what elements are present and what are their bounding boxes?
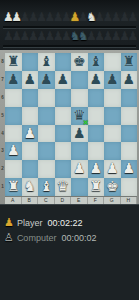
tray-slot: ♟ — [44, 28, 52, 45]
white-bishop-c1: ♝ — [38, 178, 55, 196]
square-e7[interactable] — [71, 71, 88, 89]
square-a4[interactable] — [5, 125, 22, 143]
square-b8[interactable] — [22, 53, 39, 71]
tray-slot: ♟ — [44, 9, 52, 26]
gold-pawn-icon: ♟ — [4, 217, 14, 229]
tray-slot: ♟ — [36, 9, 44, 26]
square-h5[interactable] — [121, 107, 138, 125]
square-f5[interactable] — [88, 107, 105, 125]
square-a3[interactable]: ♟ — [5, 142, 22, 160]
tray-slot: ♟ — [53, 9, 61, 26]
computer-label: Computer — [17, 233, 57, 243]
last-move-marker-icon: ✕ — [83, 119, 89, 127]
square-g7[interactable]: ♟ — [104, 71, 121, 89]
black-pawn-c7: ♟ — [38, 71, 55, 89]
square-e3[interactable] — [71, 142, 88, 160]
square-d1[interactable]: ♛ — [55, 178, 72, 196]
square-g8[interactable] — [104, 53, 121, 71]
square-c6[interactable] — [38, 89, 55, 107]
tray-slot: ♟ — [119, 9, 127, 26]
square-d5[interactable] — [55, 107, 72, 125]
tray-slot: ♟ — [20, 28, 28, 45]
square-h7[interactable]: ♟ — [121, 71, 138, 89]
square-f1[interactable]: ♜ — [88, 178, 105, 196]
square-f3[interactable] — [88, 142, 105, 160]
tray-slot: ♟ — [61, 28, 69, 45]
black-pawn-e4: ♟ — [71, 125, 88, 143]
tray-slot: ♟ — [20, 9, 28, 26]
square-d7[interactable]: ♟ — [55, 71, 72, 89]
black-pawn-d7: ♟ — [55, 71, 72, 89]
black-bishop-f8: ♝ — [88, 53, 105, 71]
square-g3[interactable] — [104, 142, 121, 160]
black-pawn-a7: ♟ — [5, 71, 22, 89]
square-d3[interactable] — [55, 142, 72, 160]
square-h2[interactable]: ♟ — [121, 160, 138, 178]
square-d2[interactable] — [55, 160, 72, 178]
white-queen-d1: ♛ — [55, 178, 72, 196]
tray-slot: ♟ — [94, 9, 102, 26]
computer-clock-row: ♙ Computer 00:00:02 — [4, 231, 96, 245]
square-f2[interactable]: ♟ — [88, 160, 105, 178]
tray-slot: ♟ — [28, 9, 36, 26]
square-a6[interactable] — [5, 89, 22, 107]
square-b4[interactable]: ♟ — [22, 125, 39, 143]
square-c1[interactable]: ♝ — [38, 178, 55, 196]
captured-white-pawn: ♟ — [11, 9, 19, 26]
tray-slot: ♟ — [53, 28, 61, 45]
board: ♜♝♚♝♜♟♟♟♟♟♟♟♛✕♟♟♟♟♟♟♟♜♞♝♛♜♚ — [5, 53, 137, 196]
white-pawn-h2: ♟ — [121, 160, 138, 178]
white-king-g1: ♚ — [104, 178, 121, 196]
square-c3[interactable] — [38, 142, 55, 160]
square-h1[interactable] — [121, 178, 138, 196]
tray-slot: ♟ — [3, 28, 11, 45]
tray-row-top: ♟♟♟♟♟♟♟♟♟♟♞♟♟♟♟♟ — [3, 9, 136, 28]
black-rook-h8: ♜ — [121, 53, 138, 71]
square-e6[interactable] — [71, 89, 88, 107]
black-king-e8: ♚ — [71, 53, 88, 71]
tray-slot: ♟ — [103, 9, 111, 26]
white-pawn-g2: ♟ — [104, 160, 121, 178]
square-a5[interactable] — [5, 107, 22, 125]
white-pawn-b4: ♟ — [22, 125, 39, 143]
square-g6[interactable] — [104, 89, 121, 107]
square-c8[interactable]: ♝ — [38, 53, 55, 71]
square-h3[interactable] — [121, 142, 138, 160]
square-h6[interactable] — [121, 89, 138, 107]
tray-slot: ♟ — [86, 28, 94, 45]
captured-white-knight: ♞ — [86, 9, 94, 26]
square-b3[interactable] — [22, 142, 39, 160]
player-label: Player — [17, 218, 43, 228]
tray-slot: ♟ — [36, 28, 44, 45]
square-h4[interactable] — [121, 125, 138, 143]
tray-slot: ♟ — [127, 28, 135, 45]
player-time: 00:02:22 — [47, 218, 82, 228]
square-h8[interactable]: ♜ — [121, 53, 138, 71]
square-f4[interactable] — [88, 125, 105, 143]
square-b7[interactable]: ♟ — [22, 71, 39, 89]
square-f6[interactable] — [88, 89, 105, 107]
square-e2[interactable]: ♟ — [71, 160, 88, 178]
tray-slot: ♟ — [119, 28, 127, 45]
square-d8[interactable] — [55, 53, 72, 71]
tray-slot: ♟ — [103, 28, 111, 45]
square-g5[interactable] — [104, 107, 121, 125]
square-a7[interactable]: ♟ — [5, 71, 22, 89]
tray-slot: ♟ — [111, 9, 119, 26]
black-bishop-c8: ♝ — [38, 53, 55, 71]
square-b6[interactable] — [22, 89, 39, 107]
square-c5[interactable] — [38, 107, 55, 125]
black-pawn-g7: ♟ — [104, 71, 121, 89]
square-b2[interactable] — [22, 160, 39, 178]
black-pawn-f7: ♟ — [88, 71, 105, 89]
captured-highlighted-pawn: ♟ — [69, 9, 77, 26]
black-pawn-h7: ♟ — [121, 71, 138, 89]
white-knight-b1: ♞ — [22, 178, 39, 196]
square-d6[interactable] — [55, 89, 72, 107]
tray-slot: ♟ — [127, 9, 135, 26]
square-a8[interactable]: ♜ — [5, 53, 22, 71]
board-frame: 87654321 ♜♝♚♝♜♟♟♟♟♟♟♟♛✕♟♟♟♟♟♟♟♜♞♝♛♜♚ ABC… — [0, 50, 139, 204]
black-pawn-b7: ♟ — [22, 71, 39, 89]
square-f7[interactable]: ♟ — [88, 71, 105, 89]
captured-black-knight: ♞ — [78, 28, 86, 45]
white-rook-a1: ♜ — [5, 178, 22, 196]
square-c2[interactable] — [38, 160, 55, 178]
square-e8[interactable]: ♚ — [71, 53, 88, 71]
square-b5[interactable] — [22, 107, 39, 125]
square-e1[interactable] — [71, 178, 88, 196]
tray-slot: ♟ — [111, 28, 119, 45]
square-c4[interactable] — [38, 125, 55, 143]
square-g2[interactable]: ♟ — [104, 160, 121, 178]
square-c7[interactable]: ♟ — [38, 71, 55, 89]
square-e5[interactable]: ♛✕ — [71, 107, 88, 125]
square-g4[interactable] — [104, 125, 121, 143]
tray-slot: ♟ — [28, 28, 36, 45]
info-panel: ♟ Player 00:02:22 ♙ Computer 00:00:02 f3… — [0, 204, 139, 300]
tray-slot: ♟ — [94, 28, 102, 45]
square-f8[interactable]: ♝ — [88, 53, 105, 71]
captured-pieces-tray: ♟♟♟♟♟♟♟♟♟♟♞♟♟♟♟♟ ♟♟♟♟♟♟♟♟♞♞♟♟♟♟♟♟ — [0, 0, 139, 50]
tray-slot: ♟ — [78, 9, 86, 26]
square-g1[interactable]: ♚ — [104, 178, 121, 196]
tray-slot: ♟ — [11, 28, 19, 45]
computer-time: 00:00:02 — [61, 233, 96, 243]
white-pawn-a3: ♟ — [5, 142, 22, 160]
black-rook-a8: ♜ — [5, 53, 22, 71]
square-a2[interactable] — [5, 160, 22, 178]
square-a1[interactable]: ♜ — [5, 178, 22, 196]
gray-pawn-icon: ♙ — [4, 232, 14, 244]
square-e4[interactable]: ♟ — [71, 125, 88, 143]
white-rook-f1: ♜ — [88, 178, 105, 196]
tray-row-bottom: ♟♟♟♟♟♟♟♟♞♞♟♟♟♟♟♟ — [3, 28, 136, 47]
square-d4[interactable] — [55, 125, 72, 143]
captured-black-knight: ♞ — [69, 28, 77, 45]
square-b1[interactable]: ♞ — [22, 178, 39, 196]
player-clock-row: ♟ Player 00:02:22 — [4, 216, 82, 230]
white-pawn-f2: ♟ — [88, 160, 105, 178]
white-pawn-e2: ♟ — [71, 160, 88, 178]
